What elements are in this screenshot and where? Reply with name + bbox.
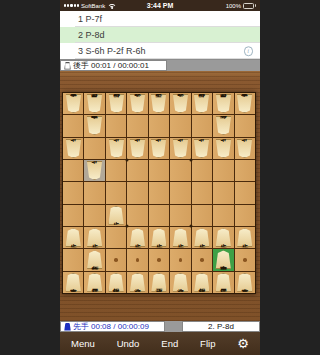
square-6f[interactable] — [127, 205, 147, 226]
piece-sente-8h[interactable]: 角行 — [86, 250, 103, 269]
move-dot-6h[interactable] — [136, 258, 140, 262]
square-1g[interactable]: 歩兵 — [235, 227, 255, 248]
piece-sente-2i[interactable]: 桂馬 — [215, 273, 232, 292]
square-3b[interactable] — [192, 115, 212, 136]
square-1f[interactable] — [235, 205, 255, 226]
app-window: SoftBank 3:44 PM 100% 1 P-7f 2 P-8d 3 S-… — [60, 0, 260, 355]
wifi-icon — [107, 2, 116, 9]
square-6e[interactable] — [127, 182, 147, 203]
square-5b[interactable] — [149, 115, 169, 136]
piece-sente-1g[interactable]: 歩兵 — [236, 228, 253, 247]
piece-gote-7c[interactable]: 歩兵 — [108, 139, 125, 158]
square-8c[interactable] — [84, 138, 104, 159]
square-8d[interactable]: 歩兵 — [84, 160, 104, 181]
piece-gote-4a[interactable]: 金将 — [172, 94, 189, 113]
square-7i[interactable]: 銀将 — [106, 272, 126, 293]
piece-gote-6a[interactable]: 金将 — [129, 94, 146, 113]
square-6b[interactable] — [127, 115, 147, 136]
square-6h[interactable] — [127, 249, 147, 270]
square-5g[interactable]: 歩兵 — [149, 227, 169, 248]
piece-sente-6i[interactable]: 金将 — [129, 273, 146, 292]
piece-sente-7i[interactable]: 銀将 — [108, 273, 125, 292]
square-5f[interactable] — [149, 205, 169, 226]
star-point — [190, 158, 193, 161]
undo-button[interactable]: Undo — [117, 338, 140, 349]
piece-gote-8b[interactable]: 飛車 — [86, 116, 103, 135]
square-7a[interactable]: 銀将 — [106, 93, 126, 114]
square-8i[interactable]: 桂馬 — [84, 272, 104, 293]
gote-piece-icon — [64, 62, 71, 70]
square-1b[interactable] — [235, 115, 255, 136]
square-1i[interactable]: 香車 — [235, 272, 255, 293]
star-point — [125, 225, 128, 228]
square-3a[interactable]: 銀将 — [192, 93, 212, 114]
square-5c[interactable]: 歩兵 — [149, 138, 169, 159]
square-1d[interactable] — [235, 160, 255, 181]
signal-strength-icon — [64, 4, 79, 6]
star-point — [125, 158, 128, 161]
square-4i[interactable]: 金将 — [170, 272, 190, 293]
square-4c[interactable]: 歩兵 — [170, 138, 190, 159]
square-4b[interactable] — [170, 115, 190, 136]
square-9f[interactable] — [63, 205, 83, 226]
square-3d[interactable] — [192, 160, 212, 181]
square-3f[interactable] — [192, 205, 212, 226]
sente-clock-bar: 先手 00:08 / 00:00:09 2. P-8d — [60, 321, 260, 332]
gote-clock: 後手 00:01 / 00:00:01 — [60, 60, 167, 71]
piece-gote-3a[interactable]: 銀将 — [193, 94, 210, 113]
piece-gote-8d[interactable]: 歩兵 — [86, 161, 103, 180]
gote-label: 後手 — [73, 60, 89, 71]
square-3g[interactable]: 歩兵 — [192, 227, 212, 248]
piece-sente-8g[interactable]: 歩兵 — [86, 228, 103, 247]
square-7d[interactable] — [106, 160, 126, 181]
move-text-1: 1 P-7f — [78, 14, 102, 24]
square-7c[interactable]: 歩兵 — [106, 138, 126, 159]
piece-gote-2a[interactable]: 桂馬 — [215, 94, 232, 113]
move-row-1[interactable]: 1 P-7f — [60, 11, 260, 27]
piece-gote-5c[interactable]: 歩兵 — [150, 139, 167, 158]
square-3e[interactable] — [192, 182, 212, 203]
piece-gote-5a[interactable]: 玉将 — [150, 94, 167, 113]
square-3c[interactable]: 歩兵 — [192, 138, 212, 159]
end-button[interactable]: End — [161, 338, 178, 349]
square-8h[interactable]: 角行 — [84, 249, 104, 270]
square-4h[interactable] — [170, 249, 190, 270]
piece-gote-1c[interactable]: 歩兵 — [236, 139, 253, 158]
move-dot-4h[interactable] — [179, 258, 183, 262]
sente-clock: 先手 00:08 / 00:00:09 — [60, 321, 165, 332]
piece-sente-9g[interactable]: 歩兵 — [65, 228, 82, 247]
square-9e[interactable] — [63, 182, 83, 203]
sente-piece-icon — [64, 323, 71, 331]
piece-gote-4c[interactable]: 歩兵 — [172, 139, 189, 158]
square-2c[interactable]: 歩兵 — [213, 138, 233, 159]
square-9d[interactable] — [63, 160, 83, 181]
board-background: 香車桂馬銀将金将玉将金将銀将桂馬香車飛車角行歩兵歩兵歩兵歩兵歩兵歩兵歩兵歩兵歩兵… — [60, 71, 260, 321]
square-3h[interactable] — [192, 249, 212, 270]
square-8g[interactable]: 歩兵 — [84, 227, 104, 248]
square-7f[interactable]: 歩兵 — [106, 205, 126, 226]
square-9a[interactable]: 香車 — [63, 93, 83, 114]
move-dot-3h[interactable] — [200, 258, 204, 262]
square-9c[interactable]: 歩兵 — [63, 138, 83, 159]
piece-sente-3g[interactable]: 歩兵 — [193, 228, 210, 247]
info-icon[interactable]: i — [244, 46, 254, 56]
square-1h[interactable] — [235, 249, 255, 270]
square-6a[interactable]: 金将 — [127, 93, 147, 114]
square-6g[interactable]: 歩兵 — [127, 227, 147, 248]
square-5e[interactable] — [149, 182, 169, 203]
piece-sente-5i[interactable]: 王将 — [150, 273, 167, 292]
move-list: 1 P-7f 2 P-8d 3 S-6h P-2f R-6h i — [60, 11, 260, 59]
piece-sente-2g[interactable]: 歩兵 — [215, 228, 232, 247]
piece-gote-6c[interactable]: 歩兵 — [129, 139, 146, 158]
flip-button[interactable]: Flip — [200, 338, 215, 349]
square-5h[interactable] — [149, 249, 169, 270]
sente-label: 先手 — [73, 321, 89, 332]
square-7b[interactable] — [106, 115, 126, 136]
move-dot-7h[interactable] — [114, 258, 118, 262]
square-2e[interactable] — [213, 182, 233, 203]
piece-sente-4g[interactable]: 歩兵 — [172, 228, 189, 247]
move-text-3: 3 S-6h P-2f R-6h — [78, 46, 146, 56]
square-2a[interactable]: 桂馬 — [213, 93, 233, 114]
piece-sente-9i[interactable]: 香車 — [65, 273, 82, 292]
piece-gote-2c[interactable]: 歩兵 — [215, 139, 232, 158]
square-1e[interactable] — [235, 182, 255, 203]
piece-gote-9a[interactable]: 香車 — [65, 94, 82, 113]
piece-sente-3i[interactable]: 銀将 — [193, 273, 210, 292]
square-5i[interactable]: 王将 — [149, 272, 169, 293]
square-7e[interactable] — [106, 182, 126, 203]
move-text-2: 2 P-8d — [78, 30, 105, 40]
square-2f[interactable] — [213, 205, 233, 226]
battery-icon — [243, 3, 256, 9]
square-9b[interactable] — [63, 115, 83, 136]
menu-button[interactable]: Menu — [71, 338, 95, 349]
square-2d[interactable] — [213, 160, 233, 181]
square-8a[interactable]: 桂馬 — [84, 93, 104, 114]
square-1a[interactable]: 香車 — [235, 93, 255, 114]
star-point — [190, 225, 193, 228]
square-9h[interactable] — [63, 249, 83, 270]
piece-sente-1i[interactable]: 香車 — [236, 273, 253, 292]
square-5a[interactable]: 玉将 — [149, 93, 169, 114]
square-6d[interactable] — [127, 160, 147, 181]
square-6i[interactable]: 金将 — [127, 272, 147, 293]
square-2g[interactable]: 歩兵 — [213, 227, 233, 248]
move-dot-5h[interactable] — [157, 258, 161, 262]
square-6c[interactable]: 歩兵 — [127, 138, 147, 159]
status-bar: SoftBank 3:44 PM 100% — [60, 0, 260, 11]
square-2h[interactable]: 飛車 — [213, 249, 233, 270]
square-8b[interactable]: 飛車 — [84, 115, 104, 136]
piece-sente-4i[interactable]: 金将 — [172, 273, 189, 292]
square-8e[interactable] — [84, 182, 104, 203]
bottom-toolbar: Menu Undo End Flip ⚙ — [60, 332, 260, 355]
square-7h[interactable] — [106, 249, 126, 270]
current-move-display: 2. P-8d — [182, 321, 260, 332]
move-row-2-selected[interactable]: 2 P-8d — [60, 27, 260, 43]
status-left: SoftBank — [64, 2, 116, 9]
square-3i[interactable]: 銀将 — [192, 272, 212, 293]
piece-sente-5g[interactable]: 歩兵 — [150, 228, 167, 247]
piece-gote-1a[interactable]: 香車 — [236, 94, 253, 113]
square-2b[interactable]: 角行 — [213, 115, 233, 136]
gote-time: 00:01 / 00:00:01 — [91, 61, 149, 70]
carrier-label: SoftBank — [81, 3, 105, 9]
square-2i[interactable]: 桂馬 — [213, 272, 233, 293]
piece-sente-7f[interactable]: 歩兵 — [108, 206, 125, 225]
settings-gear-icon[interactable]: ⚙ — [237, 337, 249, 350]
piece-gote-3c[interactable]: 歩兵 — [193, 139, 210, 158]
square-4e[interactable] — [170, 182, 190, 203]
square-9g[interactable]: 歩兵 — [63, 227, 83, 248]
piece-gote-8a[interactable]: 桂馬 — [86, 94, 103, 113]
sente-time: 00:08 / 00:00:09 — [91, 322, 149, 331]
square-4d[interactable] — [170, 160, 190, 181]
square-4a[interactable]: 金将 — [170, 93, 190, 114]
square-7g[interactable] — [106, 227, 126, 248]
piece-gote-2b[interactable]: 角行 — [215, 116, 232, 135]
piece-sente-6g[interactable]: 歩兵 — [129, 228, 146, 247]
move-row-3[interactable]: 3 S-6h P-2f R-6h i — [60, 43, 260, 59]
square-9i[interactable]: 香車 — [63, 272, 83, 293]
square-4f[interactable] — [170, 205, 190, 226]
square-5d[interactable] — [149, 160, 169, 181]
piece-sente-2h[interactable]: 飛車 — [215, 250, 232, 269]
piece-sente-8i[interactable]: 桂馬 — [86, 273, 103, 292]
battery-percent: 100% — [226, 3, 241, 9]
move-dot-1h[interactable] — [243, 258, 247, 262]
square-1c[interactable]: 歩兵 — [235, 138, 255, 159]
piece-gote-7a[interactable]: 銀将 — [108, 94, 125, 113]
piece-gote-9c[interactable]: 歩兵 — [65, 139, 82, 158]
gote-clock-bar: 後手 00:01 / 00:00:01 — [60, 59, 260, 71]
square-8f[interactable] — [84, 205, 104, 226]
shogi-board: 香車桂馬銀将金将玉将金将銀将桂馬香車飛車角行歩兵歩兵歩兵歩兵歩兵歩兵歩兵歩兵歩兵… — [62, 92, 256, 294]
status-right: 100% — [226, 3, 256, 9]
square-4g[interactable]: 歩兵 — [170, 227, 190, 248]
